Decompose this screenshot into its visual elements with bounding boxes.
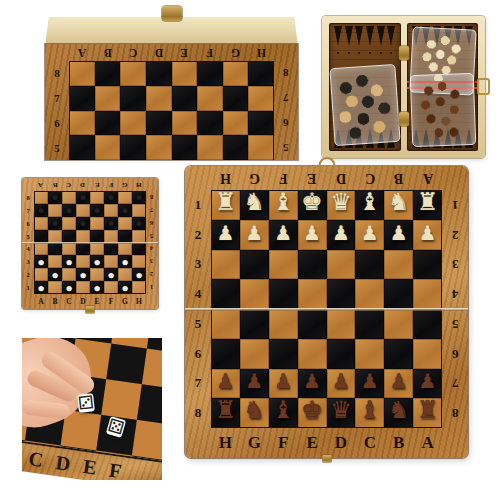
board-square (118, 243, 132, 256)
coordinate-label: 5 (22, 230, 34, 243)
coordinate-label: H (211, 428, 240, 458)
white-piece: ♟ (332, 222, 350, 242)
board-square (34, 217, 48, 230)
board-square (120, 61, 146, 86)
board-square (240, 250, 269, 280)
black-piece: ♟ (390, 371, 408, 391)
coordinate-label: C (120, 44, 146, 61)
black-piece: ● (135, 217, 142, 229)
coordinate-label: 8 (146, 191, 158, 204)
board-square (298, 339, 327, 369)
board-square: ♞ (384, 190, 413, 220)
white-piece: ● (65, 282, 72, 294)
board-square (269, 250, 298, 280)
board-square (197, 111, 223, 136)
board-square (223, 61, 249, 86)
board-square (211, 339, 240, 369)
board-square: ● (48, 268, 62, 281)
coordinate-label: 5 (185, 309, 211, 339)
black-piece: ♟ (216, 371, 234, 391)
board-square (211, 309, 240, 339)
board-square: ♝ (269, 398, 298, 428)
latch-icon (86, 306, 95, 313)
board-square (118, 268, 132, 281)
board-square (240, 309, 269, 339)
board-square (62, 268, 76, 281)
black-piece: ♟ (274, 371, 292, 391)
coordinate-label: 4 (22, 243, 34, 256)
coordinate-label: 5 (146, 230, 158, 243)
board-square (90, 243, 104, 256)
folded-box-photo: ABCDEFGH88776655 (45, 5, 298, 160)
board-square (355, 279, 384, 309)
board-square: ● (34, 255, 48, 268)
coordinate-label: 1 (185, 190, 211, 220)
coordinate-label: 2 (22, 268, 34, 281)
white-piece: ● (121, 282, 128, 294)
board-square (240, 339, 269, 369)
board-square: ♟ (211, 369, 240, 399)
board-square (90, 191, 104, 204)
board-square (146, 61, 172, 86)
board-square (118, 230, 132, 243)
coordinate-label: D (146, 44, 172, 61)
coordinate-label: 7 (274, 86, 298, 111)
coordinate-label: 7 (185, 369, 211, 399)
board-square: ♟ (384, 369, 413, 399)
board-square: ♟ (355, 220, 384, 250)
board-square: ● (62, 255, 76, 268)
board-square (34, 230, 48, 243)
white-piece: ♟ (216, 222, 234, 242)
board-square: ♝ (269, 190, 298, 220)
board-square (95, 86, 121, 111)
board-square (90, 217, 104, 230)
board-square (48, 243, 62, 256)
board-square (48, 230, 62, 243)
board-square: ♚ (298, 190, 327, 220)
board-square: ♜ (211, 190, 240, 220)
coordinate-label: H (132, 294, 146, 309)
coordinate-label: F (197, 44, 223, 61)
board-square (269, 309, 298, 339)
board-square: ♟ (384, 220, 413, 250)
coordinate-label: 1 (22, 281, 34, 294)
board-square (104, 243, 118, 256)
coordinate-label: 6 (45, 111, 69, 136)
black-piece: ● (51, 217, 58, 229)
board-square (76, 230, 90, 243)
black-piece: ♜ (417, 398, 439, 422)
checkers-board-photo: ABCDEFGH8●●●●87●●●●76●●●●655443●●●●32●●●… (22, 178, 158, 309)
coordinate-label: 8 (22, 191, 34, 204)
black-piece: ♟ (419, 371, 437, 391)
board-square: ♞ (240, 398, 269, 428)
black-piece: ♝ (272, 398, 294, 422)
board-square (48, 281, 62, 294)
board-square: ● (48, 217, 62, 230)
board-square (248, 86, 274, 111)
coordinate-label: G (240, 166, 269, 190)
board-square: ♞ (384, 398, 413, 428)
black-piece: ♝ (359, 398, 381, 422)
board-square (34, 243, 48, 256)
checkers-pieces-bag (329, 64, 400, 146)
coordinate-label: G (118, 178, 132, 191)
coordinate-label: D (76, 178, 90, 191)
board-square (355, 339, 384, 369)
board-square (62, 243, 76, 256)
white-piece: ♟ (274, 222, 292, 242)
board-square: ♟ (298, 220, 327, 250)
chess-board-grid: HGFEDCBA1♜♞♝♚♛♝♞♜12♟♟♟♟♟♟♟♟2334455667♟♟♟… (185, 166, 468, 458)
coordinate-label: 3 (22, 255, 34, 268)
board-square: ♜ (413, 398, 442, 428)
coordinate-label: D (327, 428, 356, 458)
coordinate-label: H (132, 178, 146, 191)
board-square (172, 135, 198, 160)
board-cell (146, 294, 158, 309)
white-piece: ♛ (330, 190, 352, 214)
board-square: ● (62, 204, 76, 217)
black-piece: ● (79, 191, 86, 203)
black-piece: ♞ (388, 398, 410, 422)
coordinate-label: 7 (45, 86, 69, 111)
board-square (95, 61, 121, 86)
board-square (355, 250, 384, 280)
black-piece: ● (79, 217, 86, 229)
board-square (223, 135, 249, 160)
board-square (48, 255, 62, 268)
coordinate-label: 7 (442, 369, 468, 399)
board-square (413, 279, 442, 309)
board-square: ● (62, 281, 76, 294)
black-piece: ♟ (245, 371, 263, 391)
board-square (413, 339, 442, 369)
coordinate-label: 5 (45, 135, 69, 160)
board-square (104, 230, 118, 243)
board-square: ● (90, 281, 104, 294)
board-square: ● (34, 281, 48, 294)
coordinate-label: E (172, 44, 198, 61)
board-square (355, 309, 384, 339)
folded-board-grid: ABCDEFGH88776655 (45, 44, 298, 160)
board-square (211, 279, 240, 309)
coordinate-label: H (248, 44, 274, 61)
coordinate-label: A (34, 294, 48, 309)
board-square: ♟ (298, 369, 327, 399)
black-piece: ● (135, 191, 142, 203)
coordinate-label: 8 (274, 61, 298, 86)
white-piece: ♜ (417, 190, 439, 214)
coordinate-label: 4 (442, 279, 468, 309)
black-piece: ♟ (303, 371, 321, 391)
board-square (118, 191, 132, 204)
coordinate-label: B (48, 178, 62, 191)
white-piece: ● (51, 269, 58, 281)
black-piece: ♚ (301, 398, 323, 422)
white-piece: ● (93, 282, 100, 294)
white-piece: ♟ (303, 222, 321, 242)
hinge-icon (399, 46, 409, 60)
coordinate-label: 4 (146, 243, 158, 256)
clasp-icon (477, 78, 490, 95)
board-square (197, 86, 223, 111)
board-cell (22, 178, 34, 191)
board-square (146, 86, 172, 111)
board-square (90, 268, 104, 281)
white-piece: ♟ (390, 222, 408, 242)
white-piece: ● (37, 256, 44, 268)
board-square (120, 86, 146, 111)
board-cell (22, 294, 34, 309)
board-square (384, 309, 413, 339)
board-square (132, 204, 146, 217)
board-square (132, 243, 146, 256)
coordinate-label: E (90, 178, 104, 191)
coordinate-label: B (384, 166, 413, 190)
board-square (197, 135, 223, 160)
board-square: ● (118, 255, 132, 268)
white-piece: ● (93, 256, 100, 268)
black-piece: ♟ (332, 371, 350, 391)
coordinate-label: C (62, 294, 76, 309)
coordinate-label: A (69, 44, 95, 61)
coordinate-label: C (62, 178, 76, 191)
board-square: ♜ (413, 190, 442, 220)
board-square (223, 111, 249, 136)
white-piece: ♞ (388, 190, 410, 214)
black-piece: ● (93, 204, 100, 216)
board-square (76, 204, 90, 217)
white-piece: ♚ (301, 190, 323, 214)
board-square (172, 86, 198, 111)
black-piece: ♛ (330, 398, 352, 422)
board-square (69, 111, 95, 136)
board-square (48, 204, 62, 217)
board-square (146, 111, 172, 136)
white-piece: ♝ (272, 190, 294, 214)
board-square (298, 250, 327, 280)
white-piece: ♝ (359, 190, 381, 214)
coordinate-label: A (413, 428, 442, 458)
board-square: ● (104, 217, 118, 230)
black-piece: ● (51, 191, 58, 203)
board-square: ♞ (240, 190, 269, 220)
board-square: ♟ (269, 369, 298, 399)
dice-hand-photo: BCDEF ⚂ ⚄ (22, 338, 162, 480)
board-square (172, 111, 198, 136)
coordinate-label: A (34, 178, 48, 191)
coordinate-label: 3 (442, 250, 468, 280)
coordinate-label: 8 (45, 61, 69, 86)
board-square (120, 135, 146, 160)
folded-half-board: ABCDEFGH88776655 (45, 44, 298, 160)
black-piece: ♜ (215, 398, 237, 422)
white-piece: ♞ (244, 190, 266, 214)
coordinate-label: G (240, 428, 269, 458)
coordinate-label: 6 (274, 111, 298, 136)
board-square (104, 255, 118, 268)
die: ⚂ (77, 393, 94, 413)
board-square: ● (118, 204, 132, 217)
board-square: ♛ (327, 190, 356, 220)
board-cell (442, 166, 468, 190)
board-square: ♜ (211, 398, 240, 428)
board-cell (185, 428, 211, 458)
white-piece: ♟ (419, 222, 437, 242)
board-square (384, 250, 413, 280)
board-square (211, 250, 240, 280)
coordinate-label: C (355, 166, 384, 190)
coordinate-label: 3 (146, 255, 158, 268)
board-square: ♛ (327, 398, 356, 428)
board-square (95, 111, 121, 136)
board-square: ● (104, 191, 118, 204)
board-square (240, 279, 269, 309)
coordinate-label: B (48, 294, 62, 309)
board-square: ● (76, 217, 90, 230)
board-square (413, 250, 442, 280)
board-square (104, 281, 118, 294)
board-square: ● (132, 268, 146, 281)
board-square (95, 135, 121, 160)
open-box-photo (322, 16, 485, 158)
coordinate-label: F (104, 294, 118, 309)
coordinate-label: G (118, 294, 132, 309)
coordinate-label: 6 (185, 339, 211, 369)
board-square: ♟ (240, 369, 269, 399)
black-piece: ♞ (244, 398, 266, 422)
board-square: ♟ (355, 369, 384, 399)
coordinate-label: F (269, 166, 298, 190)
white-piece: ● (37, 282, 44, 294)
coordinate-label: 2 (442, 220, 468, 250)
board-square (69, 135, 95, 160)
coordinate-label: 2 (146, 268, 158, 281)
coordinate-label: 1 (146, 281, 158, 294)
board-square: ● (90, 255, 104, 268)
board-square (132, 255, 146, 268)
board-square: ● (76, 191, 90, 204)
board-square: ● (48, 191, 62, 204)
coordinate-label: 8 (442, 398, 468, 428)
hinge-icon (399, 112, 409, 126)
brown-chess-pieces-bag (410, 73, 476, 147)
box-lid-edge (45, 17, 298, 46)
fold-seam (185, 308, 468, 311)
coordinate-label: B (384, 428, 413, 458)
board-square: ♝ (355, 190, 384, 220)
black-piece: ● (121, 204, 128, 216)
black-piece: ♟ (361, 371, 379, 391)
black-piece: ● (37, 204, 44, 216)
board-square (69, 61, 95, 86)
white-piece: ♜ (215, 190, 237, 214)
board-square: ♟ (327, 220, 356, 250)
board-square (384, 339, 413, 369)
board-square: ● (132, 191, 146, 204)
hanger-ring-icon (318, 157, 335, 174)
backgammon-points (334, 26, 396, 48)
board-square: ♝ (355, 398, 384, 428)
board-square (223, 86, 249, 111)
coordinate-label: 3 (185, 250, 211, 280)
board-square (172, 61, 198, 86)
board-square: ♟ (413, 369, 442, 399)
coordinate-label: 4 (185, 279, 211, 309)
coordinate-label: F (269, 428, 298, 458)
board-square (298, 279, 327, 309)
coordinate-label: 5 (274, 135, 298, 160)
white-piece: ● (107, 269, 114, 281)
board-square (197, 61, 223, 86)
board-square: ♟ (327, 369, 356, 399)
coordinate-label: 7 (22, 204, 34, 217)
board-square (34, 268, 48, 281)
backgammon-left-half (329, 23, 401, 151)
board-square (132, 281, 146, 294)
black-piece: ● (65, 204, 72, 216)
black-piece: ● (107, 191, 114, 203)
board-square: ● (132, 217, 146, 230)
white-piece: ♟ (245, 222, 263, 242)
coordinate-label: 5 (442, 309, 468, 339)
coordinate-label: 2 (185, 220, 211, 250)
board-square: ● (118, 281, 132, 294)
board-square (120, 111, 146, 136)
product-collage: ABCDEFGH88776655 ABCDEFGH8●●●●87●●●●76●●… (0, 0, 500, 490)
board-cell (442, 428, 468, 458)
board-square: ● (90, 204, 104, 217)
board-square (269, 339, 298, 369)
black-piece: ● (107, 217, 114, 229)
coordinate-label: E (298, 428, 327, 458)
coordinate-label: 6 (442, 339, 468, 369)
backgammon-right-half (407, 23, 479, 151)
board-square (248, 135, 274, 160)
board-square (69, 86, 95, 111)
board-square (76, 243, 90, 256)
coordinate-label: G (223, 44, 249, 61)
board-square (62, 217, 76, 230)
board-square (76, 255, 90, 268)
coordinate-label: 7 (146, 204, 158, 217)
board-square (327, 279, 356, 309)
board-cell (185, 166, 211, 190)
board-square (62, 230, 76, 243)
coordinate-label: H (211, 166, 240, 190)
white-piece: ● (135, 269, 142, 281)
white-piece: ♟ (361, 222, 379, 242)
board-square (384, 279, 413, 309)
board-square (413, 309, 442, 339)
coordinate-label: F (104, 178, 118, 191)
board-square (132, 230, 146, 243)
board-cell (45, 44, 69, 61)
white-piece: ● (79, 269, 86, 281)
board-cell (274, 44, 298, 61)
board-square (298, 309, 327, 339)
coordinate-label: B (95, 44, 121, 61)
coordinate-label: C (355, 428, 384, 458)
fold-seam (22, 242, 158, 244)
board-square (327, 339, 356, 369)
board-square (327, 309, 356, 339)
board-square: ♟ (211, 220, 240, 250)
board-square: ♟ (240, 220, 269, 250)
board-square: ● (76, 268, 90, 281)
